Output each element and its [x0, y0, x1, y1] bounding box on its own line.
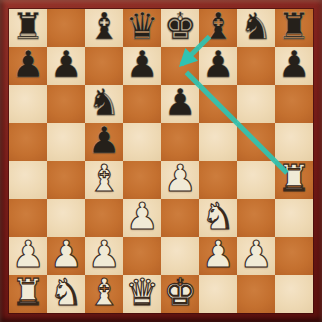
square-f4[interactable] — [199, 161, 237, 199]
square-h2[interactable] — [275, 237, 313, 275]
piece-white-pawn[interactable]: ♟ — [163, 160, 196, 198]
piece-black-pawn[interactable]: ♟ — [49, 46, 82, 84]
square-f5[interactable] — [199, 123, 237, 161]
square-h7[interactable]: ♟ — [275, 47, 313, 85]
square-e5[interactable] — [161, 123, 199, 161]
square-c2[interactable]: ♟ — [85, 237, 123, 275]
square-a7[interactable]: ♟ — [9, 47, 47, 85]
piece-white-bishop[interactable]: ♝ — [87, 160, 120, 198]
square-f1[interactable] — [199, 275, 237, 313]
square-e1[interactable]: ♚ — [161, 275, 199, 313]
piece-black-bishop[interactable]: ♝ — [201, 8, 234, 46]
square-b5[interactable] — [47, 123, 85, 161]
piece-white-pawn[interactable]: ♟ — [125, 198, 158, 236]
square-c1[interactable]: ♝ — [85, 275, 123, 313]
chess-board: ♜♝♛♚♝♞♜♟♟♟♟♟♞♟♟♝♟♜♟♞♟♟♟♟♟♜♞♝♛♚ — [9, 9, 313, 313]
square-c8[interactable]: ♝ — [85, 9, 123, 47]
piece-black-pawn[interactable]: ♟ — [87, 122, 120, 160]
square-c7[interactable] — [85, 47, 123, 85]
piece-black-pawn[interactable]: ♟ — [11, 46, 44, 84]
square-h5[interactable] — [275, 123, 313, 161]
square-g7[interactable] — [237, 47, 275, 85]
square-g5[interactable] — [237, 123, 275, 161]
piece-white-pawn[interactable]: ♟ — [201, 236, 234, 274]
piece-white-pawn[interactable]: ♟ — [87, 236, 120, 274]
square-e4[interactable]: ♟ — [161, 161, 199, 199]
square-d4[interactable] — [123, 161, 161, 199]
square-g2[interactable]: ♟ — [237, 237, 275, 275]
square-a2[interactable]: ♟ — [9, 237, 47, 275]
piece-white-rook[interactable]: ♜ — [277, 160, 310, 198]
square-b8[interactable] — [47, 9, 85, 47]
piece-white-pawn[interactable]: ♟ — [49, 236, 82, 274]
square-h3[interactable] — [275, 199, 313, 237]
square-d3[interactable]: ♟ — [123, 199, 161, 237]
square-b7[interactable]: ♟ — [47, 47, 85, 85]
piece-black-queen[interactable]: ♛ — [125, 8, 158, 46]
piece-black-rook[interactable]: ♜ — [277, 8, 310, 46]
piece-white-king[interactable]: ♚ — [163, 274, 196, 312]
square-f7[interactable]: ♟ — [199, 47, 237, 85]
square-g8[interactable]: ♞ — [237, 9, 275, 47]
square-b3[interactable] — [47, 199, 85, 237]
piece-white-pawn[interactable]: ♟ — [11, 236, 44, 274]
square-h1[interactable] — [275, 275, 313, 313]
square-g4[interactable] — [237, 161, 275, 199]
square-f6[interactable] — [199, 85, 237, 123]
square-d7[interactable]: ♟ — [123, 47, 161, 85]
piece-black-knight[interactable]: ♞ — [239, 8, 272, 46]
square-h4[interactable]: ♜ — [275, 161, 313, 199]
square-c6[interactable]: ♞ — [85, 85, 123, 123]
square-a3[interactable] — [9, 199, 47, 237]
square-c3[interactable] — [85, 199, 123, 237]
chess-app: ♜♝♛♚♝♞♜♟♟♟♟♟♞♟♟♝♟♜♟♞♟♟♟♟♟♜♞♝♛♚ — [0, 0, 322, 322]
piece-white-knight[interactable]: ♞ — [49, 274, 82, 312]
square-d6[interactable] — [123, 85, 161, 123]
square-e6[interactable]: ♟ — [161, 85, 199, 123]
square-b6[interactable] — [47, 85, 85, 123]
square-a8[interactable]: ♜ — [9, 9, 47, 47]
piece-white-pawn[interactable]: ♟ — [239, 236, 272, 274]
square-c4[interactable]: ♝ — [85, 161, 123, 199]
piece-black-knight[interactable]: ♞ — [87, 84, 120, 122]
square-c5[interactable]: ♟ — [85, 123, 123, 161]
square-b1[interactable]: ♞ — [47, 275, 85, 313]
square-e7[interactable] — [161, 47, 199, 85]
square-f2[interactable]: ♟ — [199, 237, 237, 275]
square-f3[interactable]: ♞ — [199, 199, 237, 237]
piece-white-rook[interactable]: ♜ — [11, 274, 44, 312]
piece-white-queen[interactable]: ♛ — [125, 274, 158, 312]
piece-black-rook[interactable]: ♜ — [11, 8, 44, 46]
square-g3[interactable] — [237, 199, 275, 237]
square-a6[interactable] — [9, 85, 47, 123]
piece-black-pawn[interactable]: ♟ — [163, 84, 196, 122]
square-g1[interactable] — [237, 275, 275, 313]
square-h8[interactable]: ♜ — [275, 9, 313, 47]
square-d2[interactable] — [123, 237, 161, 275]
square-d5[interactable] — [123, 123, 161, 161]
square-a1[interactable]: ♜ — [9, 275, 47, 313]
square-g6[interactable] — [237, 85, 275, 123]
piece-black-pawn[interactable]: ♟ — [125, 46, 158, 84]
square-f8[interactable]: ♝ — [199, 9, 237, 47]
piece-black-king[interactable]: ♚ — [163, 8, 196, 46]
piece-white-bishop[interactable]: ♝ — [87, 274, 120, 312]
square-e8[interactable]: ♚ — [161, 9, 199, 47]
piece-black-pawn[interactable]: ♟ — [277, 46, 310, 84]
square-e3[interactable] — [161, 199, 199, 237]
piece-black-bishop[interactable]: ♝ — [87, 8, 120, 46]
piece-black-pawn[interactable]: ♟ — [201, 46, 234, 84]
square-d8[interactable]: ♛ — [123, 9, 161, 47]
square-h6[interactable] — [275, 85, 313, 123]
piece-white-knight[interactable]: ♞ — [201, 198, 234, 236]
square-d1[interactable]: ♛ — [123, 275, 161, 313]
square-a4[interactable] — [9, 161, 47, 199]
square-b4[interactable] — [47, 161, 85, 199]
square-b2[interactable]: ♟ — [47, 237, 85, 275]
square-a5[interactable] — [9, 123, 47, 161]
square-e2[interactable] — [161, 237, 199, 275]
